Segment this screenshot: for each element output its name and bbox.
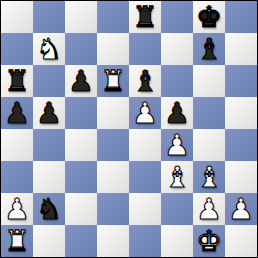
white-rook[interactable]: ♜♜	[1, 225, 33, 257]
square-d8[interactable]	[97, 1, 129, 33]
square-f1[interactable]	[161, 225, 193, 257]
square-c1[interactable]	[65, 225, 97, 257]
square-e8[interactable]: ♜♜	[129, 1, 161, 33]
square-b3[interactable]	[33, 161, 65, 193]
square-e6[interactable]: ♝♝	[129, 65, 161, 97]
piece-outline: ♞	[33, 33, 65, 65]
square-c5[interactable]	[65, 97, 97, 129]
black-king[interactable]: ♚♚	[193, 1, 225, 33]
piece-outline: ♟	[1, 97, 33, 129]
square-h2[interactable]: ♟♟	[225, 193, 257, 225]
square-d3[interactable]	[97, 161, 129, 193]
black-bishop[interactable]: ♝♝	[129, 65, 161, 97]
square-b1[interactable]	[33, 225, 65, 257]
square-d1[interactable]	[97, 225, 129, 257]
square-f3[interactable]: ♝♝	[161, 161, 193, 193]
square-a1[interactable]: ♜♜	[1, 225, 33, 257]
white-bishop[interactable]: ♝♝	[161, 161, 193, 193]
square-b7[interactable]: ♞♞	[33, 33, 65, 65]
piece-outline: ♟	[33, 97, 65, 129]
white-pawn[interactable]: ♟♟	[193, 193, 225, 225]
square-d2[interactable]	[97, 193, 129, 225]
board-frame: ♜♜♚♚♞♞♝♝♜♜♟♟♜♜♝♝♟♟♟♟♟♟♟♟♟♟♝♝♝♝♟♟♞♞♟♟♟♟♜♜…	[0, 0, 258, 258]
piece-outline: ♝	[129, 65, 161, 97]
piece-outline: ♜	[97, 65, 129, 97]
square-e7[interactable]	[129, 33, 161, 65]
square-e4[interactable]	[129, 129, 161, 161]
white-king[interactable]: ♚♚	[193, 225, 225, 257]
square-b8[interactable]	[33, 1, 65, 33]
square-b4[interactable]	[33, 129, 65, 161]
piece-outline: ♝	[161, 161, 193, 193]
square-f6[interactable]	[161, 65, 193, 97]
square-a7[interactable]	[1, 33, 33, 65]
white-rook[interactable]: ♜♜	[97, 65, 129, 97]
square-f5[interactable]: ♟♟	[161, 97, 193, 129]
square-a3[interactable]	[1, 161, 33, 193]
black-pawn[interactable]: ♟♟	[161, 97, 193, 129]
piece-outline: ♜	[1, 65, 33, 97]
square-c3[interactable]	[65, 161, 97, 193]
square-c6[interactable]: ♟♟	[65, 65, 97, 97]
square-a8[interactable]	[1, 1, 33, 33]
square-f7[interactable]	[161, 33, 193, 65]
square-a5[interactable]: ♟♟	[1, 97, 33, 129]
piece-outline: ♝	[193, 33, 225, 65]
square-f4[interactable]: ♟♟	[161, 129, 193, 161]
square-g7[interactable]: ♝♝	[193, 33, 225, 65]
black-knight[interactable]: ♞♞	[33, 193, 65, 225]
square-d7[interactable]	[97, 33, 129, 65]
square-h7[interactable]	[225, 33, 257, 65]
square-c7[interactable]	[65, 33, 97, 65]
white-bishop[interactable]: ♝♝	[193, 161, 225, 193]
square-h6[interactable]	[225, 65, 257, 97]
square-h5[interactable]	[225, 97, 257, 129]
piece-outline: ♟	[129, 97, 161, 129]
square-g5[interactable]	[193, 97, 225, 129]
square-h1[interactable]	[225, 225, 257, 257]
square-e2[interactable]	[129, 193, 161, 225]
square-b2[interactable]: ♞♞	[33, 193, 65, 225]
square-e1[interactable]	[129, 225, 161, 257]
square-g3[interactable]: ♝♝	[193, 161, 225, 193]
square-c4[interactable]	[65, 129, 97, 161]
square-g1[interactable]: ♚♚	[193, 225, 225, 257]
piece-outline: ♝	[193, 161, 225, 193]
piece-outline: ♟	[225, 193, 257, 225]
piece-outline: ♟	[161, 97, 193, 129]
square-b5[interactable]: ♟♟	[33, 97, 65, 129]
piece-outline: ♚	[193, 1, 225, 33]
square-g2[interactable]: ♟♟	[193, 193, 225, 225]
piece-outline: ♟	[1, 193, 33, 225]
square-h3[interactable]	[225, 161, 257, 193]
square-h4[interactable]	[225, 129, 257, 161]
square-f2[interactable]	[161, 193, 193, 225]
chess-board: ♜♜♚♚♞♞♝♝♜♜♟♟♜♜♝♝♟♟♟♟♟♟♟♟♟♟♝♝♝♝♟♟♞♞♟♟♟♟♜♜…	[1, 1, 257, 257]
square-c8[interactable]	[65, 1, 97, 33]
black-rook[interactable]: ♜♜	[1, 65, 33, 97]
square-e5[interactable]: ♟♟	[129, 97, 161, 129]
black-rook[interactable]: ♜♜	[129, 1, 161, 33]
square-d4[interactable]	[97, 129, 129, 161]
piece-outline: ♟	[161, 129, 193, 161]
piece-outline: ♞	[33, 193, 65, 225]
white-pawn[interactable]: ♟♟	[129, 97, 161, 129]
black-bishop[interactable]: ♝♝	[193, 33, 225, 65]
square-a4[interactable]	[1, 129, 33, 161]
black-pawn[interactable]: ♟♟	[65, 65, 97, 97]
square-d5[interactable]	[97, 97, 129, 129]
piece-outline: ♜	[1, 225, 33, 257]
white-knight[interactable]: ♞♞	[33, 33, 65, 65]
square-c2[interactable]	[65, 193, 97, 225]
square-b6[interactable]	[33, 65, 65, 97]
piece-outline: ♚	[193, 225, 225, 257]
piece-outline: ♜	[129, 1, 161, 33]
square-e3[interactable]	[129, 161, 161, 193]
square-h8[interactable]	[225, 1, 257, 33]
square-a6[interactable]: ♜♜	[1, 65, 33, 97]
square-g6[interactable]	[193, 65, 225, 97]
white-pawn[interactable]: ♟♟	[161, 129, 193, 161]
white-pawn[interactable]: ♟♟	[1, 193, 33, 225]
square-f8[interactable]	[161, 1, 193, 33]
square-a2[interactable]: ♟♟	[1, 193, 33, 225]
piece-outline: ♟	[65, 65, 97, 97]
square-d6[interactable]: ♜♜	[97, 65, 129, 97]
white-pawn[interactable]: ♟♟	[225, 193, 257, 225]
piece-outline: ♟	[193, 193, 225, 225]
black-pawn[interactable]: ♟♟	[1, 97, 33, 129]
square-g4[interactable]	[193, 129, 225, 161]
square-g8[interactable]: ♚♚	[193, 1, 225, 33]
black-pawn[interactable]: ♟♟	[33, 97, 65, 129]
